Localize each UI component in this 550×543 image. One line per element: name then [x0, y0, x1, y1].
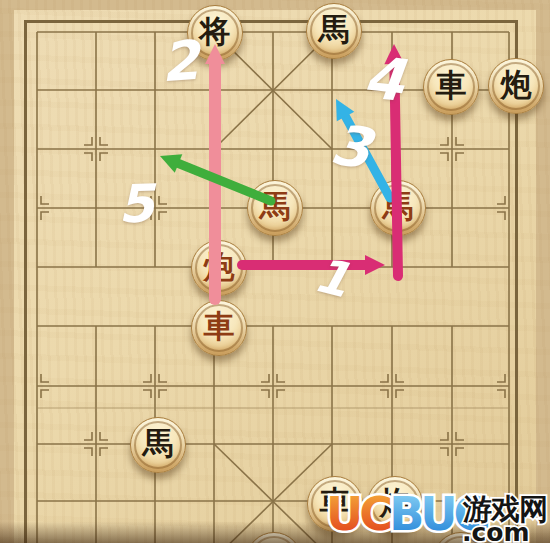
xiangqi-screenshot: 将馬車炮馬馬炮車馬車炮帥馬 12345 UCBUG游戏网.com	[0, 0, 550, 543]
move-arrows-layer	[0, 0, 550, 543]
move-arrow-head-2	[205, 44, 225, 64]
move-arrow-5	[175, 162, 271, 201]
move-arrow-head-4	[384, 44, 404, 64]
watermark-domain-text: .com	[462, 518, 530, 543]
move-arrow-3	[344, 113, 390, 198]
move-arrow-head-1	[365, 255, 385, 275]
ucbug-watermark: UCBUG游戏网.com	[300, 470, 550, 543]
move-arrow-4	[394, 60, 398, 276]
